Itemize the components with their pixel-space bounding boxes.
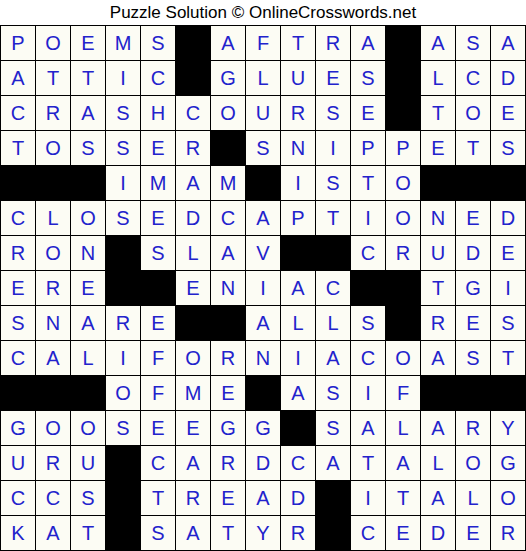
letter-cell: D <box>421 516 455 550</box>
letter-cell: R <box>421 306 455 340</box>
letter-cell: L <box>281 306 315 340</box>
letter-cell: A <box>211 26 245 60</box>
letter-cell: F <box>386 376 420 410</box>
letter-cell: R <box>211 341 245 375</box>
letter-cell: A <box>421 341 455 375</box>
black-square <box>211 131 245 165</box>
letter-cell: S <box>316 96 350 130</box>
letter-cell: G <box>456 271 490 305</box>
letter-cell: D <box>246 446 280 480</box>
black-square <box>1 376 35 410</box>
letter-cell: G <box>491 446 525 480</box>
black-square <box>386 96 420 130</box>
letter-cell: U <box>1 446 35 480</box>
letter-cell: Y <box>491 411 525 445</box>
letter-cell: D <box>456 236 490 270</box>
letter-cell: I <box>351 481 385 515</box>
letter-cell: N <box>421 201 455 235</box>
letter-cell: F <box>141 376 175 410</box>
letter-cell: S <box>316 376 350 410</box>
letter-cell: R <box>36 271 70 305</box>
letter-cell: E <box>421 131 455 165</box>
letter-cell: D <box>491 61 525 95</box>
black-square <box>106 271 140 305</box>
letter-cell: N <box>36 306 70 340</box>
black-square <box>281 411 315 445</box>
letter-cell: A <box>176 446 210 480</box>
letter-cell: A <box>176 516 210 550</box>
letter-cell: P <box>351 131 385 165</box>
letter-cell: E <box>71 26 105 60</box>
letter-cell: E <box>141 411 175 445</box>
letter-cell: D <box>491 201 525 235</box>
letter-cell: E <box>456 516 490 550</box>
letter-cell: E <box>1 271 35 305</box>
letter-cell: C <box>281 446 315 480</box>
letter-cell: S <box>71 481 105 515</box>
letter-cell: E <box>141 131 175 165</box>
black-square <box>106 516 140 550</box>
letter-cell: S <box>141 26 175 60</box>
letter-cell: L <box>176 236 210 270</box>
letter-cell: I <box>281 341 315 375</box>
letter-cell: R <box>176 481 210 515</box>
letter-cell: O <box>71 411 105 445</box>
letter-cell: E <box>386 516 420 550</box>
letter-cell: R <box>316 26 350 60</box>
letter-cell: A <box>351 411 385 445</box>
letter-cell: S <box>71 131 105 165</box>
black-square <box>491 166 525 200</box>
letter-cell: S <box>316 411 350 445</box>
letter-cell: L <box>421 446 455 480</box>
letter-cell: O <box>36 411 70 445</box>
black-square <box>71 166 105 200</box>
letter-cell: E <box>176 411 210 445</box>
letter-cell: A <box>71 306 105 340</box>
letter-cell: A <box>421 481 455 515</box>
letter-cell: K <box>1 516 35 550</box>
letter-cell: T <box>281 26 315 60</box>
letter-cell: A <box>246 306 280 340</box>
letter-cell: F <box>246 26 280 60</box>
letter-cell: O <box>386 341 420 375</box>
letter-cell: I <box>246 271 280 305</box>
letter-cell: S <box>351 61 385 95</box>
black-square <box>176 306 210 340</box>
letter-cell: S <box>1 306 35 340</box>
letter-cell: A <box>176 166 210 200</box>
black-square <box>281 236 315 270</box>
letter-cell: O <box>36 236 70 270</box>
letter-cell: E <box>456 201 490 235</box>
letter-cell: E <box>176 271 210 305</box>
letter-cell: S <box>106 131 140 165</box>
black-square <box>456 166 490 200</box>
letter-cell: O <box>36 26 70 60</box>
letter-cell: S <box>456 26 490 60</box>
letter-cell: E <box>491 236 525 270</box>
letter-cell: C <box>456 61 490 95</box>
black-square <box>141 271 175 305</box>
black-square <box>36 166 70 200</box>
letter-cell: C <box>1 201 35 235</box>
letter-cell: C <box>36 481 70 515</box>
black-square <box>106 236 140 270</box>
letter-cell: R <box>176 131 210 165</box>
letter-cell: L <box>36 201 70 235</box>
letter-cell: T <box>351 446 385 480</box>
black-square <box>246 166 280 200</box>
letter-cell: S <box>491 131 525 165</box>
letter-cell: S <box>141 236 175 270</box>
letter-cell: R <box>1 236 35 270</box>
letter-cell: T <box>421 271 455 305</box>
letter-cell: N <box>211 271 245 305</box>
letter-cell: L <box>456 481 490 515</box>
letter-cell: U <box>281 61 315 95</box>
letter-cell: A <box>316 341 350 375</box>
black-square <box>386 61 420 95</box>
letter-cell: C <box>211 201 245 235</box>
letter-cell: L <box>316 306 350 340</box>
letter-cell: R <box>36 446 70 480</box>
letter-cell: A <box>386 446 420 480</box>
letter-cell: O <box>456 446 490 480</box>
letter-cell: T <box>71 61 105 95</box>
letter-cell: L <box>386 411 420 445</box>
black-square <box>71 376 105 410</box>
letter-cell: A <box>316 446 350 480</box>
crossword-grid: POEMSAFTRAASAATTICGLUESLCDCRASHCOURSETOE… <box>0 25 526 551</box>
letter-cell: R <box>106 306 140 340</box>
letter-cell: S <box>246 131 280 165</box>
letter-cell: A <box>351 26 385 60</box>
letter-cell: A <box>1 61 35 95</box>
letter-cell: N <box>246 341 280 375</box>
letter-cell: T <box>36 61 70 95</box>
letter-cell: S <box>106 411 140 445</box>
letter-cell: G <box>211 61 245 95</box>
black-square <box>316 516 350 550</box>
letter-cell: A <box>36 516 70 550</box>
letter-cell: O <box>456 96 490 130</box>
letter-cell: S <box>351 306 385 340</box>
black-square <box>316 236 350 270</box>
letter-cell: T <box>1 131 35 165</box>
letter-cell: A <box>246 201 280 235</box>
letter-cell: F <box>141 341 175 375</box>
letter-cell: I <box>106 166 140 200</box>
letter-cell: E <box>491 96 525 130</box>
letter-cell: T <box>386 481 420 515</box>
letter-cell: T <box>316 201 350 235</box>
letter-cell: I <box>106 61 140 95</box>
letter-cell: U <box>421 236 455 270</box>
letter-cell: O <box>71 201 105 235</box>
black-square <box>421 166 455 200</box>
letter-cell: I <box>491 271 525 305</box>
letter-cell: O <box>211 96 245 130</box>
letter-cell: I <box>351 201 385 235</box>
letter-cell: A <box>71 96 105 130</box>
letter-cell: L <box>421 61 455 95</box>
letter-cell: C <box>351 516 385 550</box>
letter-cell: M <box>106 26 140 60</box>
black-square <box>386 306 420 340</box>
black-square <box>36 376 70 410</box>
black-square <box>316 481 350 515</box>
letter-cell: A <box>281 376 315 410</box>
letter-cell: T <box>421 96 455 130</box>
letter-cell: P <box>386 131 420 165</box>
letter-cell: E <box>211 376 245 410</box>
letter-cell: N <box>71 236 105 270</box>
letter-cell: R <box>211 446 245 480</box>
letter-cell: I <box>316 131 350 165</box>
letter-cell: O <box>386 201 420 235</box>
letter-cell: C <box>1 481 35 515</box>
black-square <box>106 446 140 480</box>
letter-cell: R <box>491 516 525 550</box>
letter-cell: R <box>36 96 70 130</box>
black-square <box>386 26 420 60</box>
black-square <box>386 271 420 305</box>
letter-cell: O <box>36 131 70 165</box>
letter-cell: S <box>106 96 140 130</box>
letter-cell: E <box>211 481 245 515</box>
letter-cell: V <box>246 236 280 270</box>
letter-cell: R <box>386 236 420 270</box>
letter-cell: C <box>141 61 175 95</box>
letter-cell: E <box>71 271 105 305</box>
black-square <box>491 376 525 410</box>
letter-cell: O <box>386 166 420 200</box>
letter-cell: A <box>281 271 315 305</box>
letter-cell: C <box>141 446 175 480</box>
letter-cell: R <box>281 516 315 550</box>
letter-cell: M <box>211 166 245 200</box>
black-square <box>351 271 385 305</box>
black-square <box>211 306 245 340</box>
letter-cell: T <box>351 166 385 200</box>
letter-cell: I <box>106 341 140 375</box>
letter-cell: P <box>1 26 35 60</box>
letter-cell: R <box>281 96 315 130</box>
letter-cell: A <box>246 481 280 515</box>
letter-cell: T <box>141 481 175 515</box>
letter-cell: N <box>281 131 315 165</box>
letter-cell: T <box>211 516 245 550</box>
letter-cell: E <box>351 96 385 130</box>
letter-cell: M <box>176 376 210 410</box>
letter-cell: M <box>141 166 175 200</box>
letter-cell: S <box>141 516 175 550</box>
letter-cell: A <box>491 26 525 60</box>
letter-cell: D <box>281 481 315 515</box>
letter-cell: Y <box>246 516 280 550</box>
letter-cell: S <box>456 341 490 375</box>
letter-cell: U <box>71 446 105 480</box>
letter-cell: S <box>106 201 140 235</box>
letter-cell: E <box>456 306 490 340</box>
letter-cell: H <box>141 96 175 130</box>
letter-cell: I <box>281 166 315 200</box>
page-title: Puzzle Solution © OnlineCrosswords.net <box>0 0 526 25</box>
letter-cell: E <box>141 201 175 235</box>
letter-cell: O <box>491 481 525 515</box>
letter-cell: T <box>456 131 490 165</box>
puzzle-solution-page: Puzzle Solution © OnlineCrosswords.net P… <box>0 0 526 551</box>
letter-cell: C <box>316 271 350 305</box>
letter-cell: A <box>211 236 245 270</box>
letter-cell: E <box>141 306 175 340</box>
letter-cell: I <box>351 376 385 410</box>
letter-cell: U <box>246 96 280 130</box>
letter-cell: O <box>106 376 140 410</box>
black-square <box>456 376 490 410</box>
letter-cell: O <box>176 341 210 375</box>
letter-cell: D <box>176 201 210 235</box>
letter-cell: G <box>246 411 280 445</box>
letter-cell: S <box>491 306 525 340</box>
black-square <box>1 166 35 200</box>
letter-cell: C <box>176 96 210 130</box>
letter-cell: G <box>1 411 35 445</box>
letter-cell: R <box>456 411 490 445</box>
black-square <box>106 481 140 515</box>
letter-cell: L <box>71 341 105 375</box>
letter-cell: G <box>211 411 245 445</box>
black-square <box>246 376 280 410</box>
black-square <box>176 26 210 60</box>
letter-cell: E <box>316 61 350 95</box>
letter-cell: A <box>36 341 70 375</box>
letter-cell: T <box>491 341 525 375</box>
black-square <box>421 376 455 410</box>
letter-cell: P <box>281 201 315 235</box>
letter-cell: A <box>421 26 455 60</box>
letter-cell: T <box>71 516 105 550</box>
letter-cell: C <box>1 341 35 375</box>
black-square <box>176 61 210 95</box>
letter-cell: S <box>316 166 350 200</box>
letter-cell: C <box>351 236 385 270</box>
letter-cell: C <box>1 96 35 130</box>
letter-cell: A <box>421 411 455 445</box>
letter-cell: L <box>246 61 280 95</box>
letter-cell: C <box>351 341 385 375</box>
